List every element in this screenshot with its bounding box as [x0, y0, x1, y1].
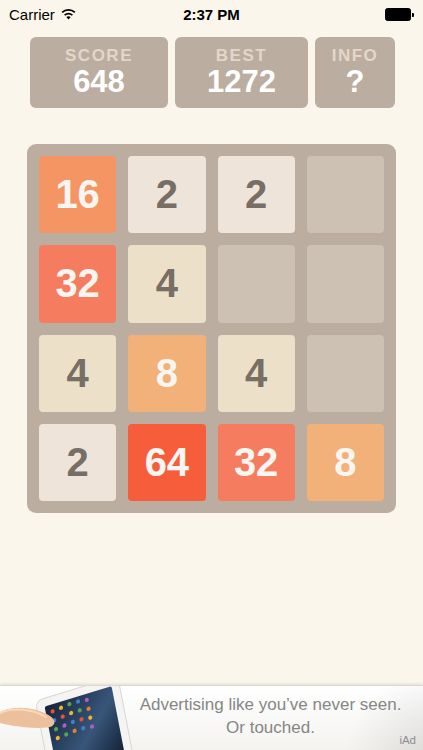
tile-r4c1: 2: [39, 424, 116, 501]
carrier-label: Carrier: [9, 6, 55, 23]
tile-r1c4: [307, 156, 384, 233]
status-bar: Carrier 2:37 PM: [0, 0, 423, 27]
ad-copy: Advertising like you’ve never seen. Or t…: [128, 694, 413, 740]
best-value: 1272: [207, 65, 276, 99]
tile-r1c3: 2: [218, 156, 295, 233]
tile-r2c4: [307, 245, 384, 322]
score-box: SCORE 648: [30, 37, 168, 108]
score-value: 648: [73, 65, 125, 99]
tile-r1c1: 16: [39, 156, 116, 233]
game-board[interactable]: 1622324484264328: [27, 144, 396, 513]
hud: SCORE 648 BEST 1272 INFO ?: [30, 37, 395, 108]
iad-logo: iAd: [399, 734, 416, 746]
tile-r4c4: 8: [307, 424, 384, 501]
info-button[interactable]: INFO ?: [315, 37, 395, 108]
iad-banner[interactable]: Advertising like you’ve never seen. Or t…: [0, 685, 423, 750]
info-label: INFO: [332, 46, 379, 66]
tile-r2c1: 32: [39, 245, 116, 322]
tile-r3c3: 4: [218, 335, 295, 412]
carrier-group: Carrier: [9, 6, 77, 23]
tile-r3c4: [307, 335, 384, 412]
tile-r1c2: 2: [128, 156, 205, 233]
tile-r2c2: 4: [128, 245, 205, 322]
ad-line2: Or touched.: [128, 717, 413, 740]
best-label: BEST: [216, 46, 267, 66]
tile-r4c2: 64: [128, 424, 205, 501]
tile-r2c3: [218, 245, 295, 322]
tile-r4c3: 32: [218, 424, 295, 501]
info-question-mark: ?: [346, 65, 365, 99]
battery-full-icon: [385, 8, 414, 21]
tile-r3c2: 8: [128, 335, 205, 412]
wifi-icon: [60, 6, 77, 23]
ipad-finger-image: [0, 686, 140, 750]
score-label: SCORE: [65, 46, 133, 66]
ad-line1: Advertising like you’ve never seen.: [128, 694, 413, 717]
best-box: BEST 1272: [175, 37, 308, 108]
app-screen: Carrier 2:37 PM SCORE 648 BEST 1272 INFO: [0, 0, 423, 750]
tile-r3c1: 4: [39, 335, 116, 412]
